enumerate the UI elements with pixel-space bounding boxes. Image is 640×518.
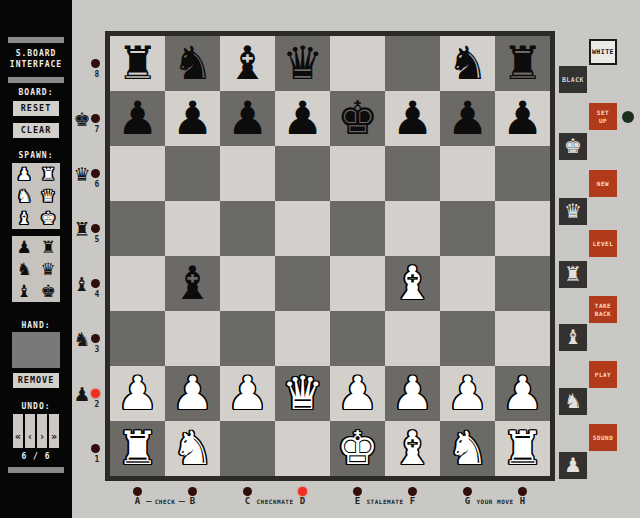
square-g8[interactable]: ♞ [440, 36, 495, 91]
bishop-key-icon: ♝ [564, 324, 582, 351]
led-file-h [518, 487, 527, 496]
undo-controls: « ‹ › » [13, 414, 59, 448]
divider-bar [8, 467, 64, 473]
white-button[interactable]: WHITE [589, 39, 617, 65]
square-c4[interactable] [220, 256, 275, 311]
rank-label-3: 3 [91, 345, 103, 354]
spawn-black-queen-button[interactable]: ♛ [36, 258, 60, 280]
file-label-c: C [241, 496, 255, 506]
black-bishop-icon: ♝ [227, 36, 268, 91]
square-a7[interactable]: ♟ [110, 91, 165, 146]
white-bishop-icon: ♝ [16, 208, 31, 228]
white-pawn-icon: ♟ [392, 366, 433, 421]
new-button[interactable]: NEW [589, 170, 617, 197]
square-g4[interactable] [440, 256, 495, 311]
square-h2[interactable]: ♟ [495, 366, 550, 421]
square-d6[interactable] [275, 146, 330, 201]
spawn-black-rook-button[interactable]: ♜ [36, 236, 60, 258]
led-file-d [298, 487, 307, 496]
square-a6[interactable] [110, 146, 165, 201]
square-d8[interactable]: ♛ [275, 36, 330, 91]
file-label-f: F [406, 496, 420, 506]
power-led [622, 111, 634, 123]
square-f6[interactable] [385, 146, 440, 201]
square-g7[interactable]: ♟ [440, 91, 495, 146]
take-back-button[interactable]: TAKE BACK [589, 296, 617, 323]
white-rook-icon: ♜ [502, 421, 543, 476]
status-label-your-move: YOUR MOVE [473, 498, 516, 505]
black-queen-icon: ♛ [40, 259, 55, 279]
led-file-e [353, 487, 362, 496]
led-rank-7 [91, 114, 100, 123]
divider-bar [8, 37, 64, 43]
setup-button-label: SET UP [589, 109, 617, 125]
play-button[interactable]: PLAY [589, 361, 617, 388]
led-file-c [243, 487, 252, 496]
white-bishop-icon: ♝ [392, 256, 433, 311]
divider-bar [8, 77, 64, 83]
new-button-label: NEW [597, 180, 609, 188]
knight-key-icon: ♞ [564, 388, 582, 415]
square-c3[interactable] [220, 311, 275, 366]
rank-label-7: 7 [91, 125, 103, 134]
led-rank-1 [91, 444, 100, 453]
rank-5-rook-icon: ♜ [72, 218, 92, 240]
led-rank-4 [91, 279, 100, 288]
pawn-key-icon: ♟ [564, 452, 582, 479]
white-king-icon: ♚ [337, 421, 378, 476]
white-knight-icon: ♞ [172, 421, 213, 476]
square-f2[interactable]: ♟ [385, 366, 440, 421]
square-e2[interactable]: ♟ [330, 366, 385, 421]
square-h1[interactable]: ♜ [495, 421, 550, 476]
rook-key-icon: ♜ [564, 261, 582, 288]
square-h8[interactable]: ♜ [495, 36, 550, 91]
black-knight-icon: ♞ [16, 259, 31, 279]
square-g6[interactable] [440, 146, 495, 201]
square-c5[interactable] [220, 201, 275, 256]
square-b6[interactable] [165, 146, 220, 201]
square-a2[interactable]: ♟ [110, 366, 165, 421]
chess-board: ♜♞♝♛♞♜♟♟♟♟♚♟♟♟♝♝♟♟♟♛♟♟♟♟♜♞♚♝♞♜ [105, 31, 555, 481]
play-button-label: PLAY [595, 371, 611, 379]
rank-7-king-icon: ♚ [72, 108, 92, 130]
square-b5[interactable] [165, 201, 220, 256]
black-pawn-icon: ♟ [16, 237, 31, 257]
square-e7[interactable]: ♚ [330, 91, 385, 146]
square-e8[interactable] [330, 36, 385, 91]
spawn-white-pawn-button[interactable]: ♟ [12, 163, 36, 185]
square-c7[interactable]: ♟ [220, 91, 275, 146]
square-g3[interactable] [440, 311, 495, 366]
spawn-black-tray: ♟♜♞♛♝♚ [12, 236, 60, 302]
black-pawn-icon: ♟ [117, 91, 158, 146]
clear-button[interactable]: CLEAR [13, 123, 59, 138]
square-a5[interactable] [110, 201, 165, 256]
black-rook-icon: ♜ [502, 36, 543, 91]
take-back-button-label: TAKE BACK [589, 302, 617, 318]
square-c1[interactable] [220, 421, 275, 476]
knight-key[interactable]: ♞ [559, 388, 587, 415]
square-g2[interactable]: ♟ [440, 366, 495, 421]
led-file-f [408, 487, 417, 496]
square-a1[interactable]: ♜ [110, 421, 165, 476]
spawn-black-king-button[interactable]: ♚ [36, 280, 60, 302]
file-label-b: B [186, 496, 200, 506]
black-pawn-icon: ♟ [227, 91, 268, 146]
undo-button[interactable]: ‹ [25, 414, 35, 448]
square-f4[interactable]: ♝ [385, 256, 440, 311]
square-e5[interactable] [330, 201, 385, 256]
level-button[interactable]: LEVEL [589, 230, 617, 257]
remove-button[interactable]: REMOVE [13, 373, 59, 388]
rank-2-pawn-icon: ♟ [72, 383, 92, 405]
square-h6[interactable] [495, 146, 550, 201]
redo-all-button[interactable]: » [49, 414, 59, 448]
reset-button[interactable]: RESET [13, 101, 59, 116]
square-h3[interactable] [495, 311, 550, 366]
square-d4[interactable] [275, 256, 330, 311]
app-title-line1: S.BOARD [0, 49, 72, 59]
square-g5[interactable] [440, 201, 495, 256]
square-c8[interactable]: ♝ [220, 36, 275, 91]
black-king-icon: ♚ [40, 281, 55, 301]
sboard-interface-app: S.BOARD INTERFACE BOARD: RESET CLEAR SPA… [0, 0, 640, 518]
spawn-black-knight-button[interactable]: ♞ [12, 258, 36, 280]
led-file-a [133, 487, 142, 496]
white-queen-icon: ♛ [40, 186, 55, 206]
black-rook-icon: ♜ [40, 237, 55, 257]
rank-label-4: 4 [91, 290, 103, 299]
led-rank-3 [91, 334, 100, 343]
king-key[interactable]: ♚ [559, 133, 587, 160]
file-label-g: G [461, 496, 475, 506]
spawn-white-queen-button[interactable]: ♛ [36, 185, 60, 207]
square-e1[interactable]: ♚ [330, 421, 385, 476]
queen-key-icon: ♛ [564, 198, 582, 225]
white-pawn-icon: ♟ [447, 366, 488, 421]
app-title-line2: INTERFACE [0, 60, 72, 70]
square-g1[interactable]: ♞ [440, 421, 495, 476]
square-b8[interactable]: ♞ [165, 36, 220, 91]
black-king-icon: ♚ [337, 91, 378, 146]
square-d2[interactable]: ♛ [275, 366, 330, 421]
undo-counter: 6 / 6 [0, 452, 72, 462]
spawn-black-bishop-button[interactable]: ♝ [12, 280, 36, 302]
square-a3[interactable] [110, 311, 165, 366]
square-e4[interactable] [330, 256, 385, 311]
spawn-white-king-button[interactable]: ♚ [36, 207, 60, 229]
rank-label-6: 6 [91, 180, 103, 189]
square-d1[interactable] [275, 421, 330, 476]
square-d7[interactable]: ♟ [275, 91, 330, 146]
square-b2[interactable]: ♟ [165, 366, 220, 421]
bishop-key[interactable]: ♝ [559, 324, 587, 351]
spawn-white-bishop-button[interactable]: ♝ [12, 207, 36, 229]
redo-button[interactable]: › [37, 414, 47, 448]
undo-section-label: UNDO: [0, 402, 72, 412]
rank-label-5: 5 [91, 235, 103, 244]
pawn-key[interactable]: ♟ [559, 452, 587, 479]
black-pawn-icon: ♟ [502, 91, 543, 146]
white-knight-icon: ♞ [447, 421, 488, 476]
board-grid: ♜♞♝♛♞♜♟♟♟♟♚♟♟♟♝♝♟♟♟♛♟♟♟♟♜♞♚♝♞♜ [110, 36, 550, 476]
rook-key[interactable]: ♜ [559, 261, 587, 288]
board-section-label: BOARD: [0, 88, 72, 98]
black-button-label: BLACK [562, 76, 584, 84]
level-button-label: LEVEL [593, 240, 614, 248]
rank-3-knight-icon: ♞ [72, 328, 92, 350]
led-file-b [188, 487, 197, 496]
white-pawn-icon: ♟ [227, 366, 268, 421]
white-pawn-icon: ♟ [502, 366, 543, 421]
square-h4[interactable] [495, 256, 550, 311]
black-bishop-icon: ♝ [172, 256, 213, 311]
square-f8[interactable] [385, 36, 440, 91]
file-label-h: H [516, 496, 530, 506]
square-b7[interactable]: ♟ [165, 91, 220, 146]
square-f7[interactable]: ♟ [385, 91, 440, 146]
square-b3[interactable] [165, 311, 220, 366]
control-panel: WHITE BLACK SET UP ♚ NEW ♛ LEVEL ♜ TAKE … [556, 0, 640, 518]
black-button[interactable]: BLACK [559, 66, 587, 93]
square-a8[interactable]: ♜ [110, 36, 165, 91]
black-knight-icon: ♞ [447, 36, 488, 91]
square-e6[interactable] [330, 146, 385, 201]
hand-slot[interactable] [12, 332, 60, 368]
square-c2[interactable]: ♟ [220, 366, 275, 421]
left-sidebar: S.BOARD INTERFACE BOARD: RESET CLEAR SPA… [0, 0, 72, 518]
undo-all-button[interactable]: « [13, 414, 23, 448]
spawn-black-pawn-button[interactable]: ♟ [12, 236, 36, 258]
file-label-a: A [131, 496, 145, 506]
spawn-white-rook-button[interactable]: ♜ [36, 163, 60, 185]
square-a4[interactable] [110, 256, 165, 311]
spawn-section-label: SPAWN: [0, 151, 72, 161]
status-label-check: CHECK [152, 498, 179, 505]
black-bishop-icon: ♝ [16, 281, 31, 301]
square-e3[interactable] [330, 311, 385, 366]
setup-button[interactable]: SET UP [589, 103, 617, 130]
led-rank-8 [91, 59, 100, 68]
led-rank-6 [91, 169, 100, 178]
led-rank-2 [91, 389, 100, 398]
spawn-white-tray: ♟♜♞♛♝♚ [12, 163, 60, 229]
white-rook-icon: ♜ [117, 421, 158, 476]
queen-key[interactable]: ♛ [559, 198, 587, 225]
white-knight-icon: ♞ [16, 186, 31, 206]
black-knight-icon: ♞ [172, 36, 213, 91]
rank-label-8: 8 [91, 70, 103, 79]
rank-indicator-strip: 8♚7♛6♜5♝4♞3♟21 [72, 0, 106, 518]
square-d3[interactable] [275, 311, 330, 366]
white-bishop-icon: ♝ [392, 421, 433, 476]
square-h5[interactable] [495, 201, 550, 256]
white-pawn-icon: ♟ [172, 366, 213, 421]
square-c6[interactable] [220, 146, 275, 201]
black-rook-icon: ♜ [117, 36, 158, 91]
square-h7[interactable]: ♟ [495, 91, 550, 146]
spawn-white-knight-button[interactable]: ♞ [12, 185, 36, 207]
square-f3[interactable] [385, 311, 440, 366]
white-king-icon: ♚ [40, 208, 55, 228]
black-pawn-icon: ♟ [282, 91, 323, 146]
black-pawn-icon: ♟ [447, 91, 488, 146]
square-f5[interactable] [385, 201, 440, 256]
sound-button-label: SOUND [593, 434, 614, 442]
led-file-g [463, 487, 472, 496]
rank-4-bishop-icon: ♝ [72, 273, 92, 295]
rank-label-1: 1 [91, 455, 103, 464]
white-pawn-icon: ♟ [117, 366, 158, 421]
file-indicator-strip: ABCDEFGHCHECKCHECKMATESTALEMATEYOUR MOVE [105, 481, 555, 518]
square-b4[interactable]: ♝ [165, 256, 220, 311]
sound-button[interactable]: SOUND [589, 424, 617, 451]
led-rank-5 [91, 224, 100, 233]
white-rook-icon: ♜ [40, 164, 55, 184]
square-d5[interactable] [275, 201, 330, 256]
file-label-d: D [296, 496, 310, 506]
status-label-checkmate: CHECKMATE [253, 498, 296, 505]
white-queen-icon: ♛ [282, 366, 323, 421]
black-pawn-icon: ♟ [392, 91, 433, 146]
king-key-icon: ♚ [564, 133, 582, 160]
rank-6-queen-icon: ♛ [72, 163, 92, 185]
file-label-e: E [351, 496, 365, 506]
square-b1[interactable]: ♞ [165, 421, 220, 476]
black-queen-icon: ♛ [282, 36, 323, 91]
rank-label-2: 2 [91, 400, 103, 409]
hand-section-label: HAND: [0, 321, 72, 331]
status-label-stalemate: STALEMATE [363, 498, 406, 505]
black-pawn-icon: ♟ [172, 91, 213, 146]
square-f1[interactable]: ♝ [385, 421, 440, 476]
white-pawn-icon: ♟ [337, 366, 378, 421]
white-pawn-icon: ♟ [16, 164, 31, 184]
